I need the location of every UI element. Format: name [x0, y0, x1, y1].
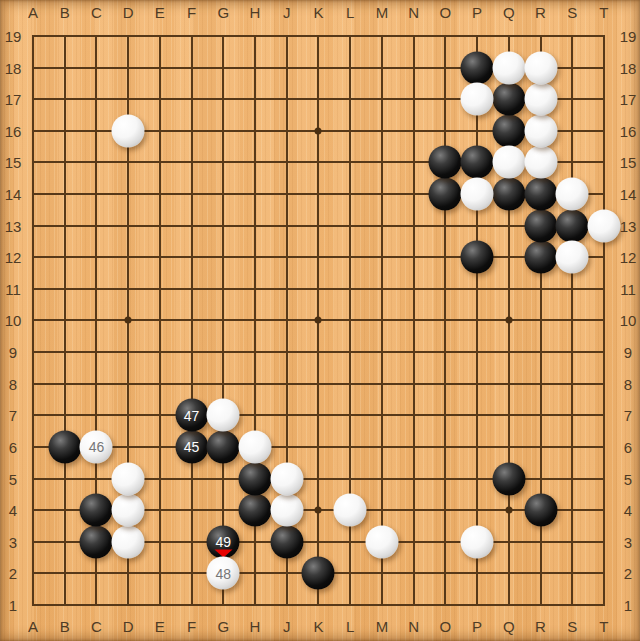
- row-label-left: 8: [9, 375, 17, 392]
- black-stone[interactable]: 49: [207, 525, 240, 558]
- white-stone[interactable]: [239, 430, 272, 463]
- column-label-bottom: P: [472, 618, 482, 635]
- black-stone[interactable]: [461, 241, 494, 274]
- black-stone[interactable]: 47: [175, 399, 208, 432]
- row-label-left: 16: [5, 122, 22, 139]
- black-stone[interactable]: 45: [175, 430, 208, 463]
- row-label-right: 4: [624, 502, 632, 519]
- row-label-left: 19: [5, 28, 22, 45]
- row-label-left: 7: [9, 407, 17, 424]
- column-label-top: O: [440, 4, 452, 21]
- column-label-bottom: K: [313, 618, 323, 635]
- white-stone[interactable]: [112, 525, 145, 558]
- column-label-top: P: [472, 4, 482, 21]
- white-stone[interactable]: 48: [207, 557, 240, 590]
- row-label-left: 11: [5, 280, 21, 297]
- row-label-left: 1: [9, 596, 17, 613]
- row-label-left: 15: [5, 154, 22, 171]
- white-stone[interactable]: [587, 209, 620, 242]
- row-label-left: 17: [5, 91, 22, 108]
- white-stone[interactable]: [270, 462, 303, 495]
- column-label-top: M: [376, 4, 389, 21]
- column-label-top: L: [346, 4, 354, 21]
- row-label-right: 1: [624, 596, 632, 613]
- white-stone[interactable]: [112, 114, 145, 147]
- black-stone[interactable]: [524, 178, 557, 211]
- column-label-bottom: T: [599, 618, 608, 635]
- row-label-left: 6: [9, 438, 17, 455]
- row-label-left: 18: [5, 59, 22, 76]
- row-label-right: 6: [624, 438, 632, 455]
- black-stone[interactable]: [239, 494, 272, 527]
- column-label-top: F: [187, 4, 196, 21]
- white-stone[interactable]: [270, 494, 303, 527]
- grid-line-horizontal: [32, 351, 605, 353]
- row-label-left: 14: [5, 186, 22, 203]
- row-label-right: 17: [620, 91, 637, 108]
- star-point: [505, 317, 512, 324]
- column-label-top: K: [313, 4, 323, 21]
- column-label-bottom: S: [567, 618, 577, 635]
- black-stone[interactable]: [492, 114, 525, 147]
- column-label-bottom: J: [283, 618, 291, 635]
- column-label-bottom: H: [250, 618, 261, 635]
- row-label-left: 4: [9, 502, 17, 519]
- row-label-right: 15: [620, 154, 637, 171]
- column-label-bottom: G: [217, 618, 229, 635]
- column-label-top: A: [28, 4, 38, 21]
- white-stone[interactable]: [334, 494, 367, 527]
- star-point: [315, 317, 322, 324]
- row-label-right: 10: [620, 312, 637, 329]
- column-label-bottom: Q: [503, 618, 515, 635]
- black-stone[interactable]: [302, 557, 335, 590]
- move-number-label: 45: [184, 440, 200, 454]
- go-board-screen: AABBCCDDEEFFGGHHJJKKLLMMNNOOPPQQRRSSTT19…: [0, 0, 640, 641]
- row-label-right: 3: [624, 533, 632, 550]
- column-label-bottom: E: [155, 618, 165, 635]
- grid-line-vertical: [413, 35, 415, 606]
- white-stone[interactable]: [524, 83, 557, 116]
- column-label-bottom: D: [123, 618, 134, 635]
- row-label-left: 3: [9, 533, 17, 550]
- white-stone[interactable]: [556, 178, 589, 211]
- white-stone[interactable]: [492, 146, 525, 179]
- white-stone[interactable]: [524, 51, 557, 84]
- black-stone[interactable]: [207, 430, 240, 463]
- white-stone[interactable]: [365, 525, 398, 558]
- grid-line-horizontal: [32, 446, 605, 448]
- column-label-bottom: F: [187, 618, 196, 635]
- row-label-right: 18: [620, 59, 637, 76]
- move-number-label: 47: [184, 408, 200, 422]
- white-stone[interactable]: [461, 83, 494, 116]
- white-stone[interactable]: [461, 178, 494, 211]
- row-label-right: 11: [620, 280, 636, 297]
- column-label-bottom: R: [535, 618, 546, 635]
- row-label-left: 2: [9, 565, 17, 582]
- black-stone[interactable]: [429, 146, 462, 179]
- black-stone[interactable]: [429, 178, 462, 211]
- white-stone[interactable]: [112, 494, 145, 527]
- column-label-bottom: A: [28, 618, 38, 635]
- star-point: [315, 507, 322, 514]
- black-stone[interactable]: [492, 178, 525, 211]
- white-stone[interactable]: [492, 51, 525, 84]
- move-number-label: 48: [216, 566, 232, 580]
- move-number-label: 46: [89, 440, 105, 454]
- column-label-top: J: [283, 4, 291, 21]
- column-label-top: D: [123, 4, 134, 21]
- row-label-left: 12: [5, 249, 22, 266]
- row-label-left: 10: [5, 312, 22, 329]
- white-stone[interactable]: [524, 146, 557, 179]
- grid-line-vertical: [476, 35, 478, 606]
- column-label-top: Q: [503, 4, 515, 21]
- black-stone[interactable]: [524, 241, 557, 274]
- grid-line-vertical: [603, 35, 605, 606]
- white-stone[interactable]: [461, 525, 494, 558]
- row-label-right: 5: [624, 470, 632, 487]
- star-point: [125, 317, 132, 324]
- black-stone[interactable]: [48, 430, 81, 463]
- row-label-right: 9: [624, 344, 632, 361]
- row-label-right: 12: [620, 249, 637, 266]
- black-stone[interactable]: [524, 494, 557, 527]
- black-stone[interactable]: [80, 494, 113, 527]
- column-label-bottom: L: [346, 618, 354, 635]
- black-stone[interactable]: [556, 209, 589, 242]
- row-label-left: 9: [9, 344, 17, 361]
- column-label-top: H: [250, 4, 261, 21]
- white-stone[interactable]: [207, 399, 240, 432]
- row-label-right: 19: [620, 28, 637, 45]
- black-stone[interactable]: [461, 51, 494, 84]
- column-label-top: C: [91, 4, 102, 21]
- column-label-top: T: [599, 4, 608, 21]
- black-stone[interactable]: [239, 462, 272, 495]
- column-label-bottom: M: [376, 618, 389, 635]
- column-label-bottom: O: [440, 618, 452, 635]
- star-point: [315, 127, 322, 134]
- row-label-right: 7: [624, 407, 632, 424]
- grid-line-vertical: [381, 35, 383, 606]
- black-stone[interactable]: [461, 146, 494, 179]
- black-stone[interactable]: [270, 525, 303, 558]
- grid-line-horizontal: [32, 604, 605, 606]
- column-label-top: R: [535, 4, 546, 21]
- star-point: [505, 507, 512, 514]
- column-label-top: S: [567, 4, 577, 21]
- column-label-bottom: N: [408, 618, 419, 635]
- move-number-label: 49: [216, 535, 232, 549]
- black-stone[interactable]: [492, 83, 525, 116]
- column-label-top: G: [217, 4, 229, 21]
- row-label-right: 2: [624, 565, 632, 582]
- grid-line-horizontal: [32, 414, 605, 416]
- column-label-bottom: C: [91, 618, 102, 635]
- column-label-bottom: B: [60, 618, 70, 635]
- white-stone[interactable]: [556, 241, 589, 274]
- grid-line-vertical: [444, 35, 446, 606]
- column-label-top: E: [155, 4, 165, 21]
- white-stone[interactable]: [524, 114, 557, 147]
- row-label-left: 5: [9, 470, 17, 487]
- column-label-top: N: [408, 4, 419, 21]
- white-stone[interactable]: 46: [80, 430, 113, 463]
- black-stone[interactable]: [524, 209, 557, 242]
- grid-line-horizontal: [32, 383, 605, 385]
- grid-line-vertical: [571, 35, 573, 606]
- column-label-top: B: [60, 4, 70, 21]
- row-label-right: 8: [624, 375, 632, 392]
- row-label-left: 13: [5, 217, 22, 234]
- row-label-right: 16: [620, 122, 637, 139]
- row-label-right: 13: [620, 217, 637, 234]
- white-stone[interactable]: [112, 462, 145, 495]
- black-stone[interactable]: [492, 462, 525, 495]
- row-label-right: 14: [620, 186, 637, 203]
- black-stone[interactable]: [80, 525, 113, 558]
